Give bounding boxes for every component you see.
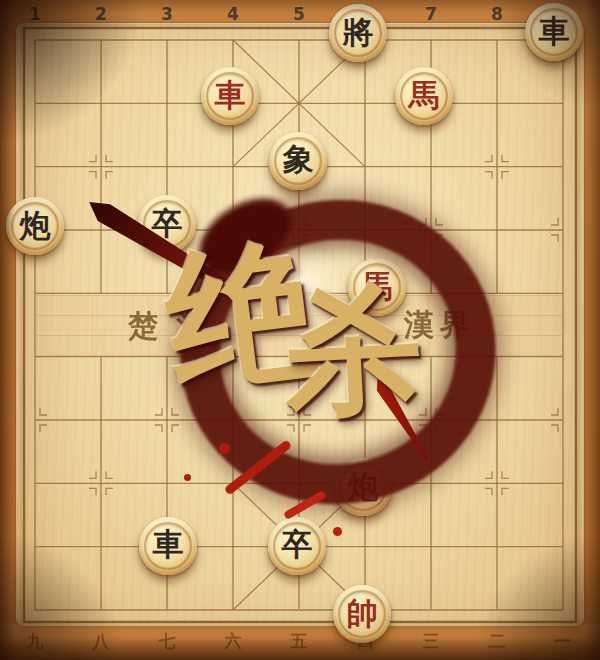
piece-char: 車	[153, 529, 184, 560]
piece-black-chariot-left[interactable]: 車	[139, 517, 197, 575]
xiangqi-game-screen: 楚河 漢界 123456789 九八七六五四三二一 將車車馬象炮卒馬炮車卒帥 绝…	[0, 0, 600, 660]
top-label-5: 5	[287, 4, 311, 24]
top-label-7: 7	[419, 4, 443, 24]
piece-black-elephant[interactable]: 象	[269, 132, 327, 190]
piece-char: 馬	[362, 271, 393, 302]
bottom-coordinate-bar: 九八七六五四三二一	[0, 624, 600, 660]
bottom-label-7: 三	[418, 630, 444, 653]
piece-char: 車	[215, 80, 246, 111]
piece-red-general[interactable]: 帥	[333, 585, 391, 643]
top-label-3: 3	[155, 4, 179, 24]
piece-black-soldier-left[interactable]: 卒	[138, 195, 196, 253]
piece-black-general[interactable]: 將	[329, 4, 387, 62]
bottom-label-1: 九	[22, 630, 48, 653]
river-label-left: 楚河	[128, 306, 224, 347]
piece-char: 車	[539, 16, 570, 47]
top-coordinate-bar: 123456789	[0, 0, 600, 28]
piece-char: 炮	[20, 210, 51, 241]
bottom-label-3: 七	[154, 630, 180, 653]
piece-black-chariot-right[interactable]: 車	[525, 3, 583, 61]
piece-char: 卒	[282, 529, 313, 560]
piece-char: 帥	[347, 598, 378, 629]
bottom-label-9: 一	[550, 630, 576, 653]
bottom-label-2: 八	[88, 630, 114, 653]
river-label-right: 漢界	[404, 305, 476, 346]
top-label-4: 4	[221, 4, 245, 24]
bottom-label-5: 五	[286, 630, 312, 653]
top-label-1: 1	[23, 4, 47, 24]
piece-black-soldier-center[interactable]: 卒	[268, 517, 326, 575]
piece-char: 馬	[409, 80, 440, 111]
bottom-label-4: 六	[220, 630, 246, 653]
piece-red-horse-right[interactable]: 馬	[395, 67, 453, 125]
bottom-label-8: 二	[484, 630, 510, 653]
top-label-2: 2	[89, 4, 113, 24]
piece-red-horse-screen[interactable]: 馬	[348, 258, 406, 316]
piece-red-cannon[interactable]: 炮	[334, 458, 392, 516]
piece-char: 炮	[348, 471, 379, 502]
piece-char: 卒	[152, 208, 183, 239]
piece-char: 將	[343, 17, 374, 48]
top-label-8: 8	[485, 4, 509, 24]
piece-red-chariot[interactable]: 車	[201, 67, 259, 125]
piece-char: 象	[283, 144, 314, 175]
piece-black-cannon[interactable]: 炮	[6, 197, 64, 255]
